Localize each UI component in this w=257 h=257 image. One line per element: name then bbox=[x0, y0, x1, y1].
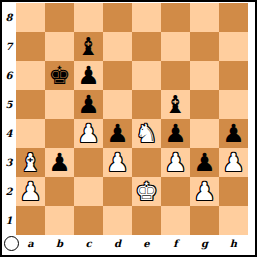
square-b6[interactable]: ♚ bbox=[45, 61, 74, 90]
file-label-b: b bbox=[45, 235, 74, 252]
rank-label-5: 5 bbox=[2, 90, 16, 119]
square-a2[interactable]: ♟ bbox=[16, 177, 45, 206]
square-e2[interactable]: ♚ bbox=[132, 177, 161, 206]
square-h3[interactable]: ♟ bbox=[219, 148, 248, 177]
square-d1[interactable] bbox=[103, 206, 132, 235]
square-f4[interactable]: ♟ bbox=[161, 119, 190, 148]
rank-label-8: 8 bbox=[2, 3, 16, 32]
square-a7[interactable] bbox=[16, 32, 45, 61]
piece-white-pawn[interactable]: ♟ bbox=[77, 121, 99, 146]
piece-black-pawn[interactable]: ♟ bbox=[48, 150, 70, 175]
file-labels: abcdefgh bbox=[16, 235, 248, 252]
file-label-d: d bbox=[103, 235, 132, 252]
file-label-e: e bbox=[132, 235, 161, 252]
square-b5[interactable] bbox=[45, 90, 74, 119]
square-e4[interactable]: ♞ bbox=[132, 119, 161, 148]
piece-white-king[interactable]: ♚ bbox=[135, 179, 157, 204]
square-h1[interactable] bbox=[219, 206, 248, 235]
square-f3[interactable]: ♟ bbox=[161, 148, 190, 177]
square-c4[interactable]: ♟ bbox=[74, 119, 103, 148]
piece-black-bishop[interactable]: ♝ bbox=[164, 92, 186, 117]
piece-white-bishop[interactable]: ♝ bbox=[19, 150, 41, 175]
rank-label-4: 4 bbox=[2, 119, 16, 148]
square-g6[interactable] bbox=[190, 61, 219, 90]
piece-black-pawn[interactable]: ♟ bbox=[106, 121, 128, 146]
square-a1[interactable] bbox=[16, 206, 45, 235]
square-d8[interactable] bbox=[103, 3, 132, 32]
square-a5[interactable] bbox=[16, 90, 45, 119]
square-b3[interactable]: ♟ bbox=[45, 148, 74, 177]
white-to-move-indicator bbox=[4, 236, 19, 251]
square-b2[interactable] bbox=[45, 177, 74, 206]
piece-black-bishop[interactable]: ♝ bbox=[77, 34, 99, 59]
square-g7[interactable] bbox=[190, 32, 219, 61]
piece-black-king[interactable]: ♚ bbox=[48, 63, 70, 88]
rank-label-2: 2 bbox=[2, 177, 16, 206]
square-f6[interactable] bbox=[161, 61, 190, 90]
square-d7[interactable] bbox=[103, 32, 132, 61]
file-label-h: h bbox=[219, 235, 248, 252]
rank-label-1: 1 bbox=[2, 206, 16, 235]
square-e1[interactable] bbox=[132, 206, 161, 235]
square-f1[interactable] bbox=[161, 206, 190, 235]
square-f7[interactable] bbox=[161, 32, 190, 61]
square-c3[interactable] bbox=[74, 148, 103, 177]
square-d6[interactable] bbox=[103, 61, 132, 90]
piece-white-pawn[interactable]: ♟ bbox=[106, 150, 128, 175]
square-g4[interactable] bbox=[190, 119, 219, 148]
square-b7[interactable] bbox=[45, 32, 74, 61]
rank-label-3: 3 bbox=[2, 148, 16, 177]
square-c5[interactable]: ♟ bbox=[74, 90, 103, 119]
square-e7[interactable] bbox=[132, 32, 161, 61]
square-c1[interactable] bbox=[74, 206, 103, 235]
square-d2[interactable] bbox=[103, 177, 132, 206]
file-label-c: c bbox=[74, 235, 103, 252]
piece-black-pawn[interactable]: ♟ bbox=[164, 121, 186, 146]
piece-white-pawn[interactable]: ♟ bbox=[164, 150, 186, 175]
piece-black-pawn[interactable]: ♟ bbox=[222, 121, 244, 146]
piece-white-pawn[interactable]: ♟ bbox=[193, 179, 215, 204]
square-d4[interactable]: ♟ bbox=[103, 119, 132, 148]
square-d5[interactable] bbox=[103, 90, 132, 119]
file-label-f: f bbox=[161, 235, 190, 252]
square-b1[interactable] bbox=[45, 206, 74, 235]
square-h5[interactable] bbox=[219, 90, 248, 119]
square-a4[interactable] bbox=[16, 119, 45, 148]
square-g1[interactable] bbox=[190, 206, 219, 235]
file-label-g: g bbox=[190, 235, 219, 252]
piece-white-pawn[interactable]: ♟ bbox=[222, 150, 244, 175]
square-c8[interactable] bbox=[74, 3, 103, 32]
square-f5[interactable]: ♝ bbox=[161, 90, 190, 119]
square-c2[interactable] bbox=[74, 177, 103, 206]
piece-black-pawn[interactable]: ♟ bbox=[77, 63, 99, 88]
square-h7[interactable] bbox=[219, 32, 248, 61]
square-e6[interactable] bbox=[132, 61, 161, 90]
square-g2[interactable]: ♟ bbox=[190, 177, 219, 206]
rank-label-7: 7 bbox=[2, 32, 16, 61]
rank-label-6: 6 bbox=[2, 61, 16, 90]
square-h8[interactable] bbox=[219, 3, 248, 32]
piece-black-pawn[interactable]: ♟ bbox=[193, 150, 215, 175]
square-g3[interactable]: ♟ bbox=[190, 148, 219, 177]
square-a6[interactable] bbox=[16, 61, 45, 90]
square-h2[interactable] bbox=[219, 177, 248, 206]
square-a3[interactable]: ♝ bbox=[16, 148, 45, 177]
chess-board: ♝♚♟♟♝♟♟♞♟♟♝♟♟♟♟♟♟♚♟ bbox=[16, 3, 248, 235]
chess-diagram: 87654321 ♝♚♟♟♝♟♟♞♟♟♝♟♟♟♟♟♟♚♟ abcdefgh bbox=[0, 0, 257, 257]
square-c6[interactable]: ♟ bbox=[74, 61, 103, 90]
square-f2[interactable] bbox=[161, 177, 190, 206]
square-g5[interactable] bbox=[190, 90, 219, 119]
square-b4[interactable] bbox=[45, 119, 74, 148]
piece-black-pawn[interactable]: ♟ bbox=[77, 92, 99, 117]
square-f8[interactable] bbox=[161, 3, 190, 32]
square-h4[interactable]: ♟ bbox=[219, 119, 248, 148]
rank-labels: 87654321 bbox=[2, 3, 16, 235]
file-label-a: a bbox=[16, 235, 45, 252]
square-b8[interactable] bbox=[45, 3, 74, 32]
square-d3[interactable]: ♟ bbox=[103, 148, 132, 177]
square-g8[interactable] bbox=[190, 3, 219, 32]
square-e3[interactable] bbox=[132, 148, 161, 177]
square-c7[interactable]: ♝ bbox=[74, 32, 103, 61]
square-h6[interactable] bbox=[219, 61, 248, 90]
square-e5[interactable] bbox=[132, 90, 161, 119]
piece-white-knight[interactable]: ♞ bbox=[135, 121, 157, 146]
piece-white-pawn[interactable]: ♟ bbox=[19, 179, 41, 204]
square-e8[interactable] bbox=[132, 3, 161, 32]
square-a8[interactable] bbox=[16, 3, 45, 32]
